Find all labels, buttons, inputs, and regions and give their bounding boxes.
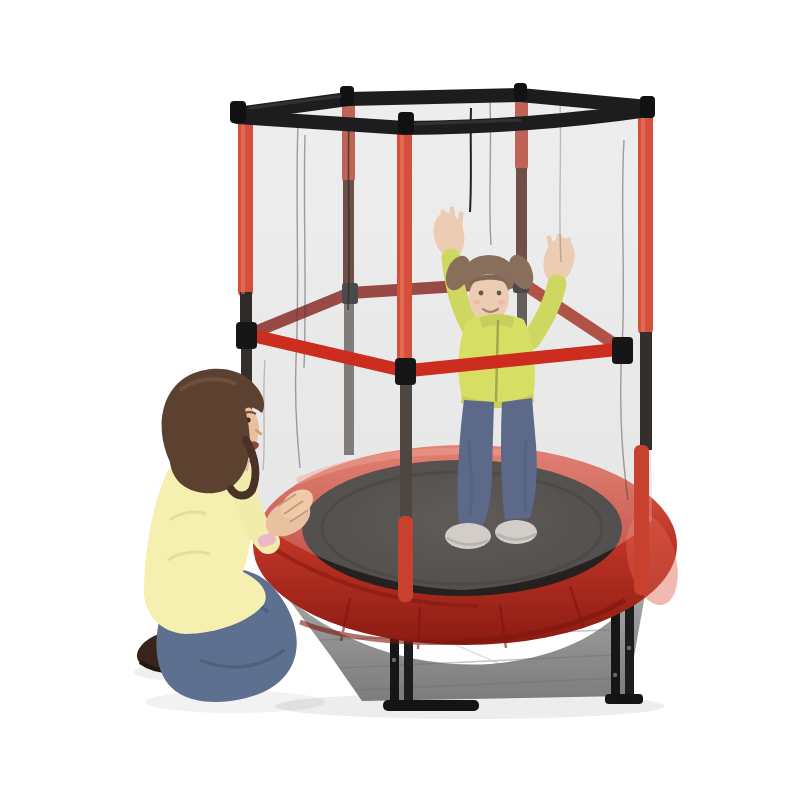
pole-sheen — [400, 122, 404, 360]
leg-bolt — [392, 658, 396, 662]
top-rail — [348, 95, 520, 99]
top-corner-wrap — [514, 83, 527, 101]
product-photo — [0, 0, 800, 800]
front-leg-foot — [383, 700, 479, 711]
center-pole-red — [397, 120, 412, 364]
top-corner-wrap — [340, 86, 354, 106]
top-corner-wrap — [640, 96, 655, 118]
pole-sheen — [241, 112, 245, 294]
right-leg-foot — [605, 694, 643, 704]
right-pole-dark — [640, 332, 652, 450]
leg-bolt — [627, 646, 631, 650]
pole-sheen — [641, 108, 645, 332]
right-pole-red — [638, 106, 653, 336]
pole-rail-connector — [612, 337, 633, 364]
right-pole-sleeve — [634, 445, 649, 595]
center-pole-gray — [400, 384, 412, 520]
trampoline-scene-svg — [0, 0, 800, 800]
top-corner-wrap — [230, 101, 246, 123]
center-pole-sleeve — [398, 516, 413, 602]
pole-rail-connector — [236, 322, 257, 349]
leg-bolt — [613, 673, 617, 677]
pole-rail-connector — [395, 358, 416, 385]
top-corner-wrap — [398, 112, 414, 134]
left-pole-red — [238, 110, 253, 298]
net-tie-cord — [348, 120, 349, 310]
